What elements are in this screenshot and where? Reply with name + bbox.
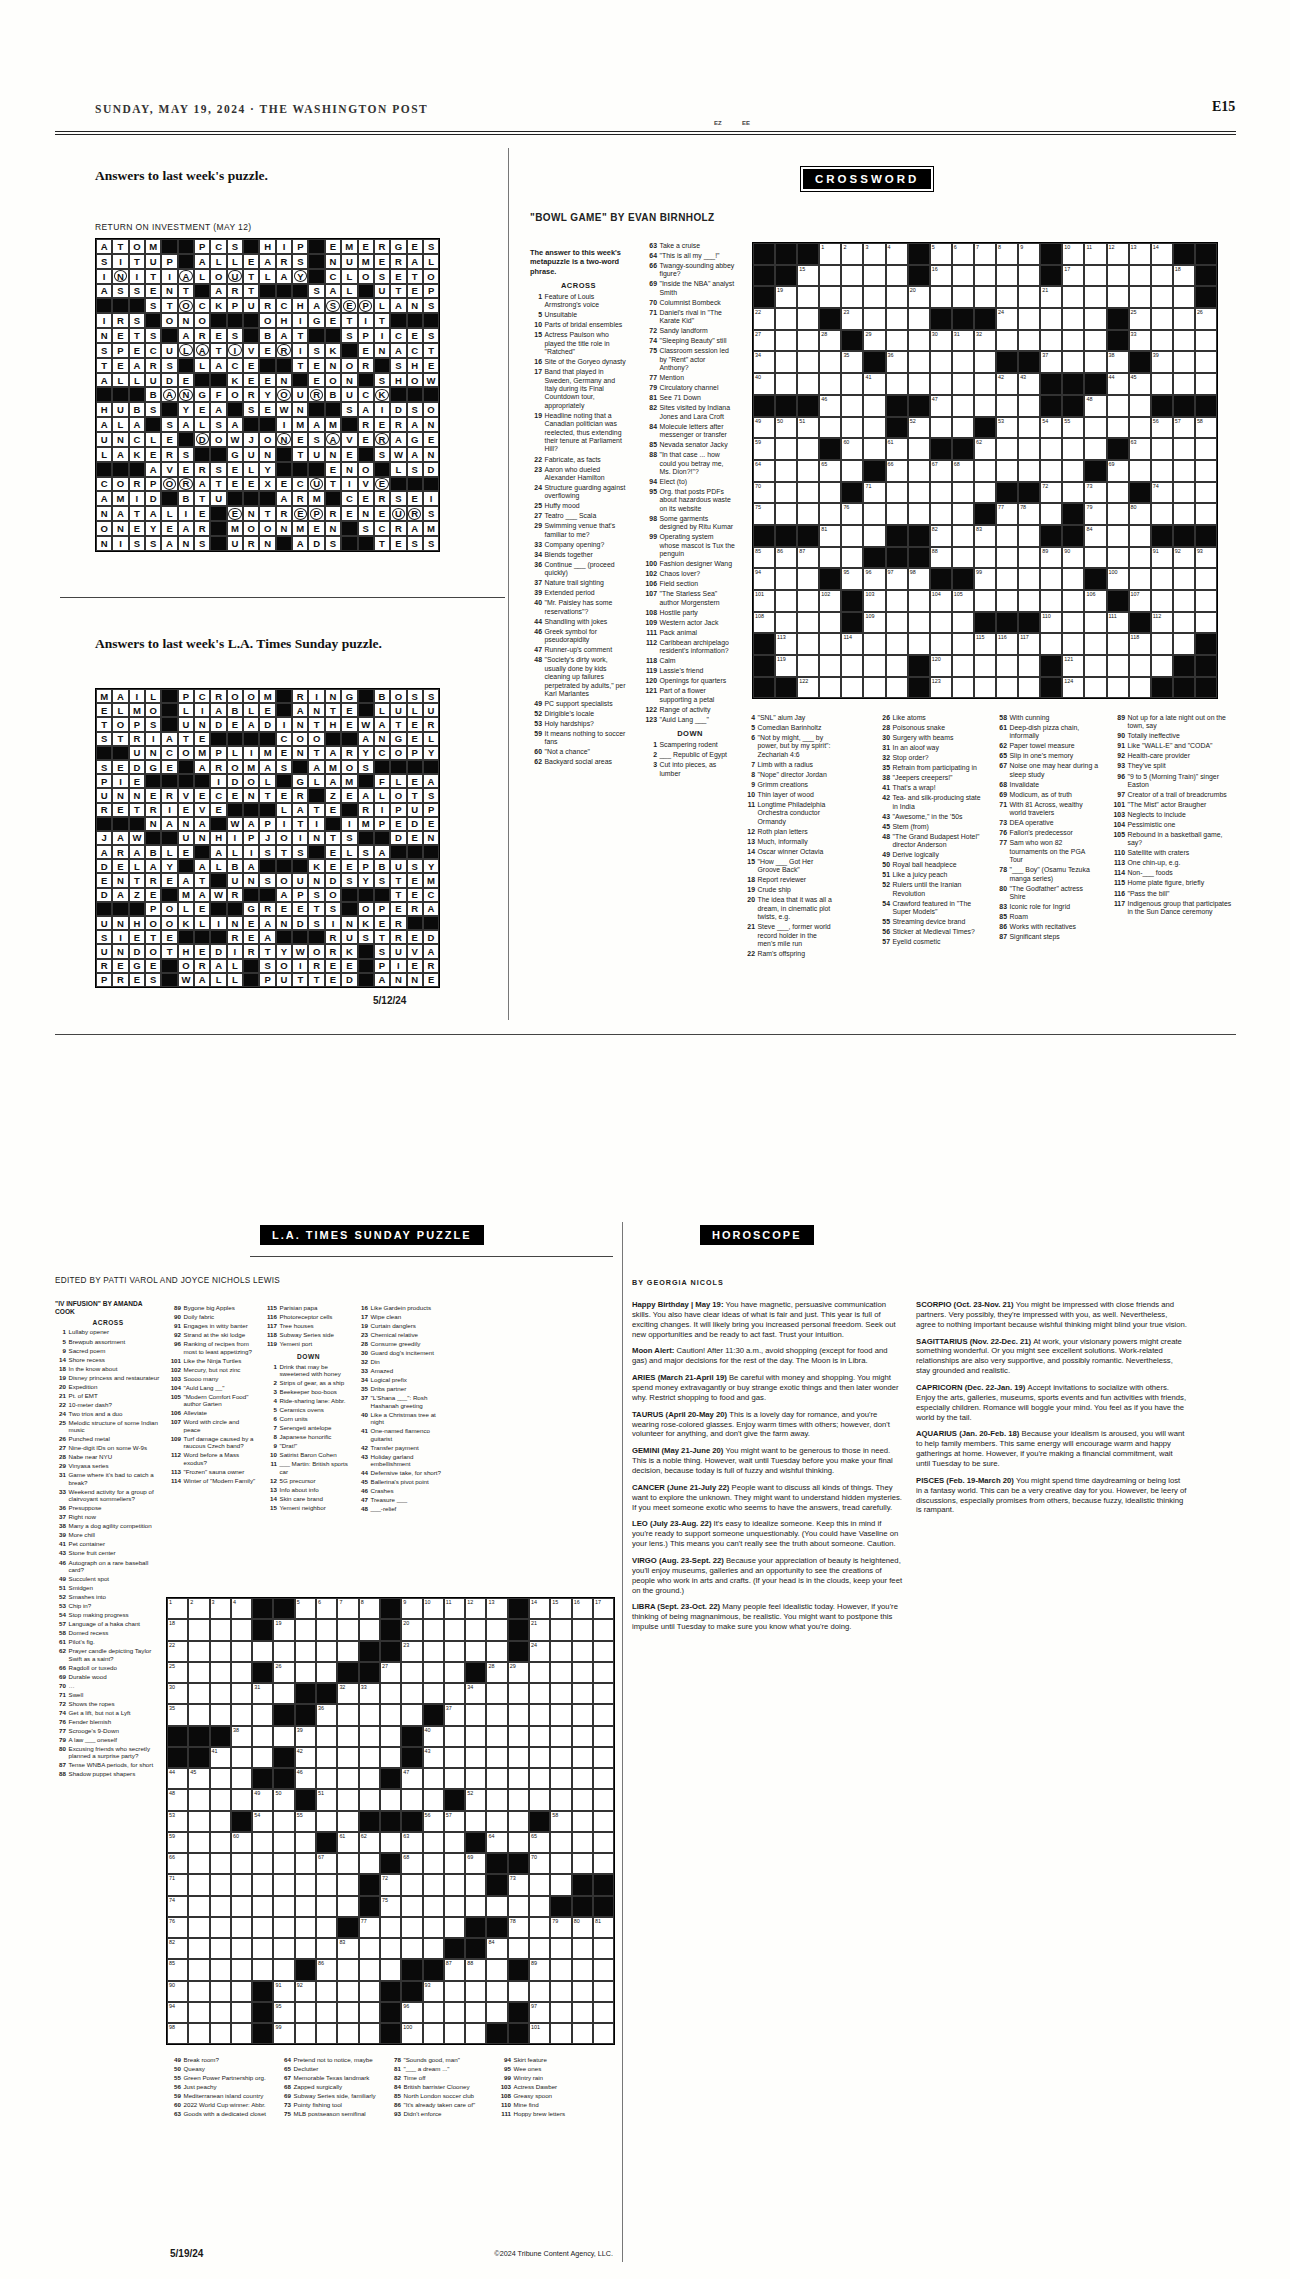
cell-r13c19[interactable] [550, 1853, 571, 1874]
cell-r10c2[interactable] [188, 1789, 209, 1810]
cell-r1c16[interactable]: 11 [1084, 243, 1106, 265]
cell-r3c16[interactable] [486, 1641, 507, 1662]
cell-r3c5[interactable] [252, 1641, 273, 1662]
cell-r21c17[interactable] [1107, 677, 1129, 699]
cell-r7c5[interactable] [841, 373, 863, 395]
cell-r3c11[interactable] [974, 286, 996, 308]
cell-r5c18[interactable] [529, 1683, 550, 1704]
cell-r6c21[interactable] [593, 1704, 614, 1725]
cell-r11c7[interactable]: 66 [886, 460, 908, 482]
cell-r8c15[interactable] [465, 1747, 486, 1768]
cell-r8c19[interactable] [550, 1747, 571, 1768]
cell-r3c18[interactable] [1129, 286, 1151, 308]
cell-r10c7[interactable]: 61 [886, 438, 908, 460]
cell-r8c17[interactable] [1107, 395, 1129, 417]
cell-r16c17[interactable]: 78 [508, 1917, 529, 1938]
cell-r9c1[interactable]: 44 [167, 1768, 188, 1789]
cell-r9c12[interactable]: 47 [401, 1768, 422, 1789]
cell-r13c4[interactable] [819, 503, 841, 525]
cell-r1c9[interactable]: 5 [930, 243, 952, 265]
cell-r17c1[interactable]: 82 [167, 1938, 188, 1959]
cell-r20c1[interactable]: 94 [167, 2002, 188, 2023]
cell-r4c6[interactable] [863, 308, 885, 330]
cell-r5c16[interactable] [1084, 330, 1106, 352]
cell-r9c17[interactable] [508, 1768, 529, 1789]
cell-r9c18[interactable] [529, 1768, 550, 1789]
cell-r18c19[interactable]: 112 [1151, 612, 1173, 634]
cell-r19c12[interactable]: 116 [996, 633, 1018, 655]
cell-r6c15[interactable] [465, 1704, 486, 1725]
cell-r17c10[interactable]: 105 [952, 590, 974, 612]
cell-r19c18[interactable]: 118 [1129, 633, 1151, 655]
cell-r21c18[interactable]: 101 [529, 2023, 550, 2044]
cell-r17c19[interactable] [550, 1938, 571, 1959]
cell-r2c20[interactable]: 18 [1173, 265, 1195, 287]
cell-r2c8[interactable] [316, 1619, 337, 1640]
cell-r11c13[interactable]: 56 [423, 1811, 444, 1832]
cell-r4c8[interactable] [908, 308, 930, 330]
cell-r7c8[interactable] [316, 1726, 337, 1747]
cell-r18c3[interactable] [210, 1959, 231, 1980]
cell-r1c16[interactable]: 13 [486, 1598, 507, 1619]
cell-r18c2[interactable] [188, 1959, 209, 1980]
cell-r1c15[interactable]: 10 [1062, 243, 1084, 265]
cell-r20c17[interactable] [1107, 655, 1129, 677]
cell-r17c18[interactable]: 107 [1129, 590, 1151, 612]
cell-r7c17[interactable] [508, 1726, 529, 1747]
cell-r8c5[interactable] [252, 1747, 273, 1768]
cell-r18c9[interactable] [930, 612, 952, 634]
cell-r3c1[interactable]: 22 [167, 1641, 188, 1662]
cell-r13c19[interactable] [1151, 503, 1173, 525]
cell-r11c5[interactable] [841, 460, 863, 482]
cell-r2c2[interactable] [188, 1619, 209, 1640]
cell-r20c7[interactable] [295, 2002, 316, 2023]
cell-r12c9[interactable]: 61 [337, 1832, 358, 1853]
cell-r7c7[interactable]: 39 [295, 1726, 316, 1747]
cell-r17c13[interactable] [1018, 590, 1040, 612]
cell-r2c15[interactable] [465, 1619, 486, 1640]
cell-r21c11[interactable] [974, 677, 996, 699]
cell-r11c4[interactable]: 65 [819, 460, 841, 482]
cell-r18c17[interactable]: 111 [1107, 612, 1129, 634]
cell-r14c17[interactable]: 73 [508, 1874, 529, 1895]
cell-r1c14[interactable]: 11 [444, 1598, 465, 1619]
cell-r16c12[interactable] [996, 568, 1018, 590]
cell-r1c12[interactable]: 8 [996, 243, 1018, 265]
cell-r20c5[interactable] [841, 655, 863, 677]
cell-r21c12[interactable] [996, 677, 1018, 699]
cell-r13c7[interactable] [295, 1853, 316, 1874]
cell-r4c16[interactable] [1084, 308, 1106, 330]
cell-r10c13[interactable] [423, 1789, 444, 1810]
cell-r21c15[interactable] [465, 2023, 486, 2044]
cell-r7c10[interactable] [952, 373, 974, 395]
cell-r5c2[interactable] [775, 330, 797, 352]
cell-r19c15[interactable] [465, 1981, 486, 2002]
cell-r16c2[interactable] [775, 568, 797, 590]
cell-r12c14[interactable]: 72 [1040, 482, 1062, 504]
cell-r10c12[interactable] [996, 438, 1018, 460]
cell-r6c7[interactable]: 36 [886, 351, 908, 373]
cell-r4c18[interactable] [529, 1662, 550, 1683]
cell-r4c16[interactable]: 28 [486, 1662, 507, 1683]
cell-r10c20[interactable] [572, 1789, 593, 1810]
cell-r7c3[interactable] [797, 373, 819, 395]
cell-r19c3[interactable] [797, 633, 819, 655]
cell-r3c8[interactable] [316, 1641, 337, 1662]
cell-r5c16[interactable] [486, 1683, 507, 1704]
cell-r12c10[interactable]: 62 [359, 1832, 380, 1853]
cell-r11c14[interactable] [1040, 460, 1062, 482]
cell-r5c13[interactable] [423, 1683, 444, 1704]
cell-r9c16[interactable] [1084, 417, 1106, 439]
cell-r20c3[interactable] [797, 655, 819, 677]
cell-r12c16[interactable]: 73 [1084, 482, 1106, 504]
cell-r4c3[interactable] [797, 308, 819, 330]
cell-r17c6[interactable] [273, 1938, 294, 1959]
cell-r18c16[interactable] [486, 1959, 507, 1980]
cell-r1c9[interactable]: 7 [337, 1598, 358, 1619]
cell-r10c10[interactable] [359, 1789, 380, 1810]
cell-r3c5[interactable] [841, 286, 863, 308]
cell-r20c3[interactable] [210, 2002, 231, 2023]
cell-r3c8[interactable]: 20 [908, 286, 930, 308]
cell-r7c19[interactable] [1151, 373, 1173, 395]
cell-r19c9[interactable] [337, 1981, 358, 2002]
cell-r18c21[interactable] [593, 1959, 614, 1980]
cell-r18c4[interactable] [231, 1959, 252, 1980]
cell-r17c7[interactable] [886, 590, 908, 612]
cell-r21c2[interactable] [188, 2023, 209, 2044]
cell-r17c6[interactable]: 103 [863, 590, 885, 612]
cell-r20c18[interactable]: 97 [529, 2002, 550, 2023]
cell-r5c19[interactable] [550, 1683, 571, 1704]
cell-r17c8[interactable] [316, 1938, 337, 1959]
cell-r12c8[interactable] [908, 482, 930, 504]
cell-r6c19[interactable] [550, 1704, 571, 1725]
cell-r14c3[interactable] [210, 1874, 231, 1895]
cell-r3c17[interactable] [1107, 286, 1129, 308]
cell-r13c8[interactable]: 67 [316, 1853, 337, 1874]
cell-r1c4[interactable]: 4 [231, 1598, 252, 1619]
cell-r8c4[interactable] [231, 1747, 252, 1768]
cell-r3c13[interactable] [423, 1641, 444, 1662]
cell-r15c6[interactable] [273, 1896, 294, 1917]
cell-r2c5[interactable] [841, 265, 863, 287]
cell-r15c12[interactable] [996, 547, 1018, 569]
cell-r4c1[interactable]: 22 [753, 308, 775, 330]
cell-r21c9[interactable] [337, 2023, 358, 2044]
cell-r9c15[interactable]: 55 [1062, 417, 1084, 439]
cell-r16c8[interactable]: 98 [908, 568, 930, 590]
cell-r6c2[interactable] [775, 351, 797, 373]
cell-r13c18[interactable]: 80 [1129, 503, 1151, 525]
cell-r21c3[interactable]: 122 [797, 677, 819, 699]
cell-r2c4[interactable] [819, 265, 841, 287]
cell-r5c5[interactable]: 31 [252, 1683, 273, 1704]
cell-r2c12[interactable] [996, 265, 1018, 287]
cell-r14c18[interactable] [529, 1874, 550, 1895]
cell-r7c13[interactable]: 40 [423, 1726, 444, 1747]
cell-r13c12[interactable]: 77 [996, 503, 1018, 525]
cell-r8c8[interactable] [316, 1747, 337, 1768]
cell-r16c20[interactable] [1173, 568, 1195, 590]
cell-r3c2[interactable]: 19 [775, 286, 797, 308]
cell-r6c21[interactable] [1195, 351, 1217, 373]
cell-r20c10[interactable] [359, 2002, 380, 2023]
cell-r6c17[interactable]: 38 [1107, 351, 1129, 373]
cell-r17c21[interactable] [593, 1938, 614, 1959]
cell-r2c9[interactable] [337, 1619, 358, 1640]
cell-r13c10[interactable] [952, 503, 974, 525]
cell-r20c8[interactable] [316, 2002, 337, 2023]
cell-r6c3[interactable] [210, 1704, 231, 1725]
cell-r21c13[interactable] [423, 2023, 444, 2044]
cell-r12c18[interactable]: 65 [529, 1832, 550, 1853]
cell-r1c8[interactable]: 6 [316, 1598, 337, 1619]
cell-r8c11[interactable] [380, 1747, 401, 1768]
cell-r19c3[interactable] [210, 1981, 231, 2002]
cell-r11c5[interactable]: 54 [252, 1811, 273, 1832]
cell-r17c9[interactable]: 104 [930, 590, 952, 612]
cell-r1c20[interactable]: 16 [572, 1598, 593, 1619]
cell-r18c7[interactable] [886, 612, 908, 634]
cell-r5c17[interactable] [508, 1683, 529, 1704]
cell-r17c7[interactable] [295, 1938, 316, 1959]
cell-r16c10[interactable]: 77 [359, 1917, 380, 1938]
cell-r15c1[interactable]: 85 [753, 547, 775, 569]
cell-r9c3[interactable]: 51 [797, 417, 819, 439]
cell-r7c11[interactable] [974, 373, 996, 395]
cell-r7c6[interactable]: 41 [863, 373, 885, 395]
cell-r18c10[interactable] [952, 612, 974, 634]
cell-r17c13[interactable] [423, 1938, 444, 1959]
cell-r15c14[interactable]: 89 [1040, 547, 1062, 569]
cell-r18c10[interactable] [359, 1959, 380, 1980]
cell-r18c21[interactable] [1195, 612, 1217, 634]
cell-r5c18[interactable]: 33 [1129, 330, 1151, 352]
cell-r7c17[interactable]: 44 [1107, 373, 1129, 395]
cell-r12c11[interactable] [974, 482, 996, 504]
cell-r1c10[interactable]: 6 [952, 243, 974, 265]
cell-r11c6[interactable] [273, 1811, 294, 1832]
cell-r2c12[interactable]: 20 [401, 1619, 422, 1640]
cell-r18c3[interactable] [797, 612, 819, 634]
cell-r3c2[interactable] [188, 1641, 209, 1662]
cell-r5c14[interactable] [444, 1683, 465, 1704]
cell-r17c17[interactable] [508, 1938, 529, 1959]
cell-r9c2[interactable]: 45 [188, 1768, 209, 1789]
cell-r2c7[interactable] [886, 265, 908, 287]
cell-r19c2[interactable]: 113 [775, 633, 797, 655]
cell-r4c17[interactable]: 29 [508, 1662, 529, 1683]
cell-r14c5[interactable] [841, 525, 863, 547]
cell-r18c14[interactable]: 87 [444, 1959, 465, 1980]
cell-r7c16[interactable] [486, 1726, 507, 1747]
cell-r1c15[interactable]: 12 [465, 1598, 486, 1619]
cell-r11c15[interactable] [465, 1811, 486, 1832]
cell-r5c2[interactable] [188, 1683, 209, 1704]
cell-r5c14[interactable] [1040, 330, 1062, 352]
cell-r4c4[interactable] [231, 1662, 252, 1683]
cell-r15c16[interactable] [1084, 547, 1106, 569]
cell-r3c4[interactable] [819, 286, 841, 308]
cell-r3c16[interactable] [1084, 286, 1106, 308]
cell-r8c4[interactable]: 46 [819, 395, 841, 417]
cell-r2c16[interactable] [1084, 265, 1106, 287]
cell-r15c18[interactable] [1129, 547, 1151, 569]
cell-r7c15[interactable] [465, 1726, 486, 1747]
cell-r17c12[interactable] [996, 590, 1018, 612]
cell-r9c21[interactable]: 58 [1195, 417, 1217, 439]
cell-r16c19[interactable]: 79 [550, 1917, 571, 1938]
cell-r21c5[interactable] [841, 677, 863, 699]
cell-r6c9[interactable] [337, 1704, 358, 1725]
cell-r16c6[interactable] [273, 1917, 294, 1938]
cell-r3c6[interactable] [273, 1641, 294, 1662]
cell-r13c13[interactable] [423, 1853, 444, 1874]
cell-r8c13[interactable] [1018, 395, 1040, 417]
cell-r1c21[interactable]: 17 [593, 1598, 614, 1619]
cell-r10c16[interactable] [486, 1789, 507, 1810]
cell-r16c12[interactable] [401, 1917, 422, 1938]
cell-r11c1[interactable]: 53 [167, 1811, 188, 1832]
cell-r15c21[interactable]: 93 [1195, 547, 1217, 569]
cell-r21c7[interactable] [886, 677, 908, 699]
cell-r17c16[interactable]: 106 [1084, 590, 1106, 612]
cell-r15c20[interactable]: 92 [1173, 547, 1195, 569]
cell-r1c19[interactable]: 15 [550, 1598, 571, 1619]
cell-r11c9[interactable] [337, 1811, 358, 1832]
cell-r7c20[interactable] [572, 1726, 593, 1747]
cell-r8c21[interactable] [593, 1747, 614, 1768]
cell-r17c14[interactable] [1040, 590, 1062, 612]
cell-r11c13[interactable] [1018, 460, 1040, 482]
cell-r9c17[interactable] [1107, 417, 1129, 439]
cell-r17c12[interactable] [401, 1938, 422, 1959]
cell-r19c20[interactable] [1173, 633, 1195, 655]
cell-r20c19[interactable] [550, 2002, 571, 2023]
cell-r10c5[interactable]: 60 [841, 438, 863, 460]
cell-r5c6[interactable]: 29 [863, 330, 885, 352]
cell-r20c16[interactable] [486, 2002, 507, 2023]
cell-r17c20[interactable] [1173, 590, 1195, 612]
cell-r1c5[interactable]: 2 [841, 243, 863, 265]
cell-r16c18[interactable] [1129, 568, 1151, 590]
cell-r16c14[interactable] [444, 1917, 465, 1938]
cell-r19c4[interactable] [231, 1981, 252, 2002]
cell-r1c17[interactable]: 12 [1107, 243, 1129, 265]
cell-r19c14[interactable] [444, 1981, 465, 2002]
cell-r9c3[interactable] [210, 1768, 231, 1789]
cell-r14c13[interactable] [423, 1874, 444, 1895]
cell-r10c3[interactable] [210, 1789, 231, 1810]
cell-r14c2[interactable] [188, 1874, 209, 1895]
cell-r18c6[interactable] [273, 1959, 294, 1980]
cell-r7c9[interactable] [337, 1726, 358, 1747]
cell-r11c14[interactable]: 57 [444, 1811, 465, 1832]
cell-r16c3[interactable] [797, 568, 819, 590]
cell-r1c18[interactable]: 14 [529, 1598, 550, 1619]
cell-r10c18[interactable] [529, 1789, 550, 1810]
cell-r2c15[interactable]: 17 [1062, 265, 1084, 287]
cell-r6c19[interactable]: 39 [1151, 351, 1173, 373]
cell-r6c14[interactable]: 37 [444, 1704, 465, 1725]
cell-r14c9[interactable]: 82 [930, 525, 952, 547]
cell-r19c20[interactable] [572, 1981, 593, 2002]
cell-r10c21[interactable] [1195, 438, 1217, 460]
cell-r3c21[interactable] [593, 1641, 614, 1662]
cell-r6c11[interactable] [380, 1704, 401, 1725]
cell-r2c7[interactable] [295, 1619, 316, 1640]
cell-r12c6[interactable] [273, 1832, 294, 1853]
cell-r20c9[interactable]: 120 [930, 655, 952, 677]
cell-r19c18[interactable] [529, 1981, 550, 2002]
cell-r13c10[interactable] [359, 1853, 380, 1874]
cell-r11c15[interactable] [1062, 460, 1084, 482]
cell-r13c3[interactable] [797, 503, 819, 525]
cell-r5c1[interactable]: 30 [167, 1683, 188, 1704]
cell-r12c4[interactable] [819, 482, 841, 504]
cell-r14c13[interactable] [1018, 525, 1040, 547]
cell-r3c19[interactable] [550, 1641, 571, 1662]
cell-r14c4[interactable] [231, 1874, 252, 1895]
cell-r12c19[interactable]: 74 [1151, 482, 1173, 504]
cell-r6c5[interactable] [252, 1704, 273, 1725]
cell-r16c11[interactable]: 99 [974, 568, 996, 590]
cell-r19c10[interactable] [359, 1981, 380, 2002]
cell-r18c19[interactable] [550, 1959, 571, 1980]
cell-r5c15[interactable]: 34 [465, 1683, 486, 1704]
cell-r10c16[interactable] [1084, 438, 1106, 460]
cell-r11c21[interactable] [593, 1811, 614, 1832]
cell-r16c1[interactable]: 76 [167, 1917, 188, 1938]
cell-r7c1[interactable]: 40 [753, 373, 775, 395]
cell-r17c3[interactable] [797, 590, 819, 612]
crossword-puzzle-grid[interactable]: 1234567891011121314151617181920212223242… [752, 242, 1218, 699]
cell-r14c17[interactable] [1107, 525, 1129, 547]
cell-r10c8[interactable] [908, 438, 930, 460]
cell-r16c15[interactable] [1062, 568, 1084, 590]
cell-r20c6[interactable]: 95 [273, 2002, 294, 2023]
cell-r20c7[interactable] [886, 655, 908, 677]
cell-r7c18[interactable] [529, 1726, 550, 1747]
cell-r6c20[interactable] [572, 1704, 593, 1725]
cell-r20c15[interactable]: 121 [1062, 655, 1084, 677]
cell-r21c13[interactable] [1018, 677, 1040, 699]
cell-r9c4[interactable] [819, 417, 841, 439]
cell-r16c20[interactable]: 80 [572, 1917, 593, 1938]
cell-r3c12[interactable] [996, 286, 1018, 308]
cell-r9c12[interactable]: 53 [996, 417, 1018, 439]
cell-r20c12[interactable] [996, 655, 1018, 677]
cell-r4c1[interactable]: 25 [167, 1662, 188, 1683]
cell-r3c9[interactable] [337, 1641, 358, 1662]
cell-r15c4[interactable] [819, 547, 841, 569]
cell-r19c9[interactable] [930, 633, 952, 655]
cell-r18c16[interactable] [1084, 612, 1106, 634]
cell-r4c2[interactable] [188, 1662, 209, 1683]
cell-r16c13[interactable] [1018, 568, 1040, 590]
cell-r16c13[interactable] [423, 1917, 444, 1938]
cell-r21c14[interactable] [444, 2023, 465, 2044]
cell-r5c3[interactable] [210, 1683, 231, 1704]
cell-r4c12[interactable]: 24 [996, 308, 1018, 330]
cell-r19c1[interactable]: 90 [167, 1981, 188, 2002]
cell-r14c10[interactable] [952, 525, 974, 547]
cell-r18c15[interactable]: 88 [465, 1959, 486, 1980]
